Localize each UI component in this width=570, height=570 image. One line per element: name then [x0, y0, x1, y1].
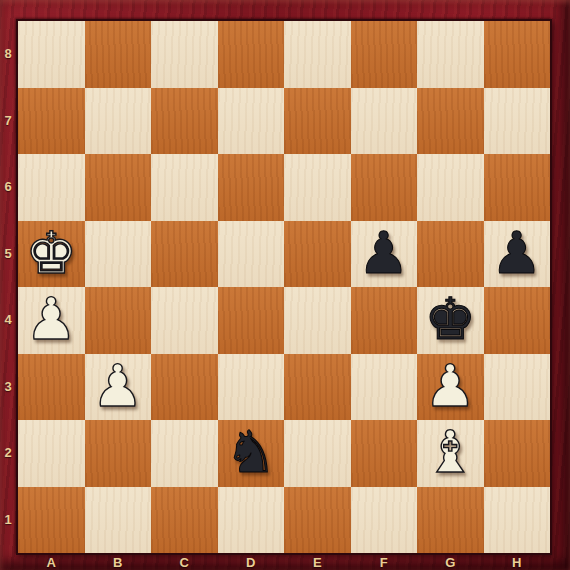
square-c3[interactable] — [151, 354, 218, 421]
piece-black-pawn-f5[interactable]: ♟ — [358, 224, 410, 282]
square-h7[interactable] — [484, 88, 551, 155]
square-f6[interactable] — [351, 154, 418, 221]
square-a4[interactable]: ♟ — [18, 287, 85, 354]
square-b2[interactable] — [85, 420, 152, 487]
piece-white-pawn-g3[interactable]: ♟ — [424, 357, 476, 415]
square-a2[interactable] — [18, 420, 85, 487]
square-e1[interactable] — [284, 487, 351, 554]
square-c5[interactable] — [151, 221, 218, 288]
square-g7[interactable] — [417, 88, 484, 155]
file-label-h: H — [507, 555, 527, 570]
piece-white-bishop-g2[interactable]: ♝ — [424, 423, 476, 481]
rank-label-8: 8 — [0, 46, 16, 62]
piece-black-knight-d2[interactable]: ♞ — [225, 423, 277, 481]
square-d7[interactable] — [218, 88, 285, 155]
square-h8[interactable] — [484, 21, 551, 88]
square-f7[interactable] — [351, 88, 418, 155]
piece-black-pawn-h5[interactable]: ♟ — [491, 224, 543, 282]
square-d6[interactable] — [218, 154, 285, 221]
piece-white-pawn-b3[interactable]: ♟ — [92, 357, 144, 415]
square-c2[interactable] — [151, 420, 218, 487]
square-h6[interactable] — [484, 154, 551, 221]
square-a6[interactable] — [18, 154, 85, 221]
rank-label-1: 1 — [0, 512, 16, 528]
chess-board: ♚♟♟♟♚♟♟♞♝ — [16, 19, 552, 555]
square-f4[interactable] — [351, 287, 418, 354]
rank-label-4: 4 — [0, 312, 16, 328]
square-a1[interactable] — [18, 487, 85, 554]
square-e6[interactable] — [284, 154, 351, 221]
square-d5[interactable] — [218, 221, 285, 288]
square-b6[interactable] — [85, 154, 152, 221]
file-label-e: E — [307, 555, 327, 570]
square-b3[interactable]: ♟ — [85, 354, 152, 421]
square-e5[interactable] — [284, 221, 351, 288]
square-g5[interactable] — [417, 221, 484, 288]
square-d2[interactable]: ♞ — [218, 420, 285, 487]
file-label-g: G — [440, 555, 460, 570]
square-e7[interactable] — [284, 88, 351, 155]
square-b4[interactable] — [85, 287, 152, 354]
square-d1[interactable] — [218, 487, 285, 554]
file-label-f: F — [374, 555, 394, 570]
piece-white-pawn-a4[interactable]: ♟ — [25, 290, 77, 348]
square-h1[interactable] — [484, 487, 551, 554]
square-c1[interactable] — [151, 487, 218, 554]
square-e8[interactable] — [284, 21, 351, 88]
square-h3[interactable] — [484, 354, 551, 421]
rank-label-6: 6 — [0, 179, 16, 195]
square-c7[interactable] — [151, 88, 218, 155]
file-label-a: A — [41, 555, 61, 570]
rank-label-5: 5 — [0, 246, 16, 262]
square-f1[interactable] — [351, 487, 418, 554]
square-a7[interactable] — [18, 88, 85, 155]
square-a3[interactable] — [18, 354, 85, 421]
square-g6[interactable] — [417, 154, 484, 221]
square-e2[interactable] — [284, 420, 351, 487]
square-f5[interactable]: ♟ — [351, 221, 418, 288]
square-f3[interactable] — [351, 354, 418, 421]
file-label-c: C — [174, 555, 194, 570]
square-g3[interactable]: ♟ — [417, 354, 484, 421]
square-d8[interactable] — [218, 21, 285, 88]
square-d3[interactable] — [218, 354, 285, 421]
square-e3[interactable] — [284, 354, 351, 421]
square-c4[interactable] — [151, 287, 218, 354]
square-g4[interactable]: ♚ — [417, 287, 484, 354]
square-g2[interactable]: ♝ — [417, 420, 484, 487]
board-frame: ♚♟♟♟♚♟♟♞♝ 87654321ABCDEFGH — [0, 0, 570, 570]
square-f2[interactable] — [351, 420, 418, 487]
square-d4[interactable] — [218, 287, 285, 354]
piece-white-king-a5[interactable]: ♚ — [25, 224, 77, 282]
square-e4[interactable] — [284, 287, 351, 354]
file-label-b: B — [108, 555, 128, 570]
square-h4[interactable] — [484, 287, 551, 354]
file-label-d: D — [241, 555, 261, 570]
square-h5[interactable]: ♟ — [484, 221, 551, 288]
square-c6[interactable] — [151, 154, 218, 221]
square-b1[interactable] — [85, 487, 152, 554]
rank-label-7: 7 — [0, 113, 16, 129]
piece-black-king-g4[interactable]: ♚ — [424, 290, 476, 348]
square-b7[interactable] — [85, 88, 152, 155]
rank-label-2: 2 — [0, 445, 16, 461]
square-f8[interactable] — [351, 21, 418, 88]
square-a5[interactable]: ♚ — [18, 221, 85, 288]
square-a8[interactable] — [18, 21, 85, 88]
square-g8[interactable] — [417, 21, 484, 88]
rank-label-3: 3 — [0, 379, 16, 395]
square-b5[interactable] — [85, 221, 152, 288]
square-c8[interactable] — [151, 21, 218, 88]
square-g1[interactable] — [417, 487, 484, 554]
square-b8[interactable] — [85, 21, 152, 88]
square-h2[interactable] — [484, 420, 551, 487]
